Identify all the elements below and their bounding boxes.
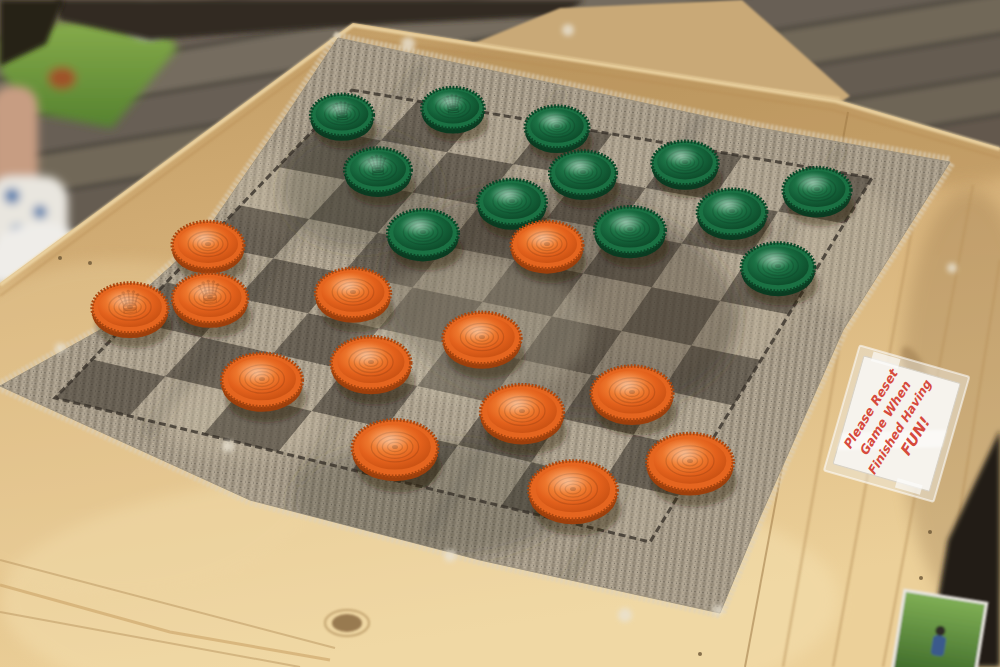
checkers-photo: ♛♛♛♛♛ Please Reset Game When Finished Ha… [0,0,1000,667]
piece-sheen [606,372,648,396]
wood-knot [332,614,362,632]
checker-piece-o7-orange[interactable] [352,420,441,493]
piece-sheen [664,146,698,166]
piece-sheen [755,248,793,270]
checker-piece-o2-orange[interactable]: ♛ [92,282,172,348]
checker-piece-o12-orange[interactable] [529,461,621,536]
checker-piece-g12-green[interactable] [741,243,818,306]
piece-sheen [490,184,526,204]
piece-sheen [329,274,368,296]
photo-scene: ♛♛♛♛♛ Please Reset Game When Finished Ha… [0,0,1000,667]
checker-piece-o11-orange[interactable] [480,385,567,456]
piece-sheen [346,342,387,366]
piece-sheen [368,426,412,451]
checker-piece-g1-green[interactable]: ♛ [311,94,378,149]
piece-sheen [185,226,222,247]
piece-sheen [186,278,225,300]
piece-sheen [524,226,561,247]
photo-card [890,589,988,667]
piece-sheen [607,212,644,233]
piece-sheen [537,111,570,130]
checker-piece-o5-orange[interactable] [222,353,307,422]
piece-sheen [545,467,591,493]
piece-sheen [710,194,746,215]
checker-piece-o10-orange[interactable] [443,312,525,379]
piece-sheen [433,92,465,111]
checker-piece-g5-green[interactable] [550,151,621,209]
checker-piece-o4-orange[interactable] [316,268,395,332]
checker-piece-o6-orange[interactable] [331,337,415,405]
piece-sheen [662,440,707,466]
piece-sheen [322,99,355,118]
checker-piece-o13-orange[interactable] [647,433,737,507]
piece-sheen [562,156,597,176]
piece-sheen [106,288,145,311]
checker-piece-o8-orange[interactable] [511,221,587,283]
piece-sheen [495,390,538,415]
piece-sheen [795,172,830,192]
piece-sheen [457,318,498,341]
checker-piece-g2-green[interactable]: ♛ [422,87,488,141]
piece-sheen [357,153,392,173]
piece-sheen [236,359,278,383]
checker-piece-o9-orange[interactable] [591,366,677,436]
piece-sheen [400,215,437,236]
blurred-chicken [48,67,76,89]
